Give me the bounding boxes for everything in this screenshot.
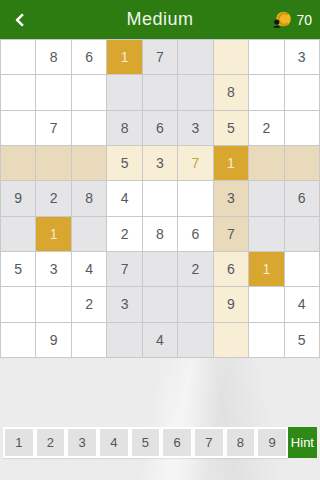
cell-r7c2[interactable]: 3 — [36, 252, 70, 286]
cell-r9c5[interactable]: 4 — [143, 323, 177, 357]
cell-r6c6[interactable]: 6 — [178, 217, 212, 251]
cell-r5c1[interactable]: 9 — [1, 181, 35, 215]
cell-r6c3[interactable] — [72, 217, 106, 251]
cell-r7c5[interactable] — [143, 252, 177, 286]
cell-r6c2[interactable]: 1 — [36, 217, 70, 251]
cell-r1c9[interactable]: 3 — [285, 40, 319, 74]
cell-r8c3[interactable]: 2 — [72, 287, 106, 321]
back-button[interactable] — [0, 0, 40, 39]
cell-r9c2[interactable]: 9 — [36, 323, 70, 357]
cell-r9c8[interactable] — [249, 323, 283, 357]
cell-r7c8[interactable]: 1 — [249, 252, 283, 286]
cell-r3c8[interactable]: 2 — [249, 111, 283, 145]
cell-r9c3[interactable] — [72, 323, 106, 357]
cell-r1c6[interactable] — [178, 40, 212, 74]
numpad-button-8[interactable]: 8 — [225, 427, 257, 458]
cell-r2c2[interactable] — [36, 75, 70, 109]
back-chevron-icon — [15, 12, 29, 26]
cell-r4c8[interactable] — [249, 146, 283, 180]
cell-r8c2[interactable] — [36, 287, 70, 321]
cell-r4c2[interactable] — [36, 146, 70, 180]
cell-r2c6[interactable] — [178, 75, 212, 109]
cell-r4c7[interactable]: 1 — [214, 146, 248, 180]
cell-r2c1[interactable] — [1, 75, 35, 109]
cell-r5c3[interactable]: 8 — [72, 181, 106, 215]
cell-r3c1[interactable] — [1, 111, 35, 145]
cell-r1c5[interactable]: 7 — [143, 40, 177, 74]
app-screen: Medium 70 861738786352537192843612867534… — [0, 0, 320, 480]
cell-r1c3[interactable]: 6 — [72, 40, 106, 74]
cell-r8c1[interactable] — [1, 287, 35, 321]
cell-r2c7[interactable]: 8 — [214, 75, 248, 109]
cell-r9c7[interactable] — [214, 323, 248, 357]
cell-r3c5[interactable]: 6 — [143, 111, 177, 145]
cell-r9c4[interactable] — [107, 323, 141, 357]
sudoku-board: 8617387863525371928436128675347261239494… — [0, 39, 320, 358]
cell-r3c2[interactable]: 7 — [36, 111, 70, 145]
coin-count: 70 — [296, 12, 312, 28]
cell-r8c7[interactable]: 9 — [214, 287, 248, 321]
cell-r8c8[interactable] — [249, 287, 283, 321]
cell-r5c7[interactable]: 3 — [214, 181, 248, 215]
numpad-button-5[interactable]: 5 — [130, 427, 162, 458]
cell-r6c9[interactable] — [285, 217, 319, 251]
cell-r6c1[interactable] — [1, 217, 35, 251]
cell-r8c6[interactable] — [178, 287, 212, 321]
cell-r4c4[interactable]: 5 — [107, 146, 141, 180]
cell-r9c6[interactable] — [178, 323, 212, 357]
cell-r2c5[interactable] — [143, 75, 177, 109]
numpad-button-3[interactable]: 3 — [66, 427, 98, 458]
cell-r3c7[interactable]: 5 — [214, 111, 248, 145]
cell-r5c9[interactable]: 6 — [285, 181, 319, 215]
cell-r6c5[interactable]: 8 — [143, 217, 177, 251]
cell-r7c3[interactable]: 4 — [72, 252, 106, 286]
cell-r2c3[interactable] — [72, 75, 106, 109]
coin-icon — [272, 10, 292, 30]
cell-r2c9[interactable] — [285, 75, 319, 109]
cell-r7c9[interactable] — [285, 252, 319, 286]
cell-r7c6[interactable]: 2 — [178, 252, 212, 286]
cell-r7c7[interactable]: 6 — [214, 252, 248, 286]
number-pad: 123456789Hint — [3, 427, 317, 458]
numpad-button-4[interactable]: 4 — [98, 427, 130, 458]
hint-button[interactable]: Hint — [288, 427, 317, 458]
cell-r8c9[interactable]: 4 — [285, 287, 319, 321]
cell-r9c1[interactable] — [1, 323, 35, 357]
cell-r8c4[interactable]: 3 — [107, 287, 141, 321]
cell-r6c4[interactable]: 2 — [107, 217, 141, 251]
cell-r7c1[interactable]: 5 — [1, 252, 35, 286]
numpad-button-6[interactable]: 6 — [161, 427, 193, 458]
cell-r6c8[interactable] — [249, 217, 283, 251]
cell-r8c5[interactable] — [143, 287, 177, 321]
cell-r5c5[interactable] — [143, 181, 177, 215]
coin-balance: 70 — [272, 10, 320, 30]
cell-r1c2[interactable]: 8 — [36, 40, 70, 74]
cell-r6c7[interactable]: 7 — [214, 217, 248, 251]
cell-r4c3[interactable] — [72, 146, 106, 180]
cell-r3c6[interactable]: 3 — [178, 111, 212, 145]
numpad-button-7[interactable]: 7 — [193, 427, 225, 458]
header: Medium 70 — [0, 0, 320, 39]
cell-r1c1[interactable] — [1, 40, 35, 74]
numpad-button-2[interactable]: 2 — [35, 427, 67, 458]
cell-r3c4[interactable]: 8 — [107, 111, 141, 145]
cell-r1c7[interactable] — [214, 40, 248, 74]
cell-r5c6[interactable] — [178, 181, 212, 215]
cell-r3c3[interactable] — [72, 111, 106, 145]
cell-r5c8[interactable] — [249, 181, 283, 215]
cell-r4c1[interactable] — [1, 146, 35, 180]
cell-r4c6[interactable]: 7 — [178, 146, 212, 180]
cell-r4c5[interactable]: 3 — [143, 146, 177, 180]
cell-r5c2[interactable]: 2 — [36, 181, 70, 215]
cell-r2c4[interactable] — [107, 75, 141, 109]
cell-r5c4[interactable]: 4 — [107, 181, 141, 215]
cell-r9c9[interactable]: 5 — [285, 323, 319, 357]
numpad-button-1[interactable]: 1 — [3, 427, 35, 458]
cell-r2c8[interactable] — [249, 75, 283, 109]
cell-r7c4[interactable]: 7 — [107, 252, 141, 286]
cell-r1c4[interactable]: 1 — [107, 40, 141, 74]
cell-r1c8[interactable] — [249, 40, 283, 74]
cell-r3c9[interactable] — [285, 111, 319, 145]
numpad-button-9[interactable]: 9 — [256, 427, 288, 458]
cell-r4c9[interactable] — [285, 146, 319, 180]
